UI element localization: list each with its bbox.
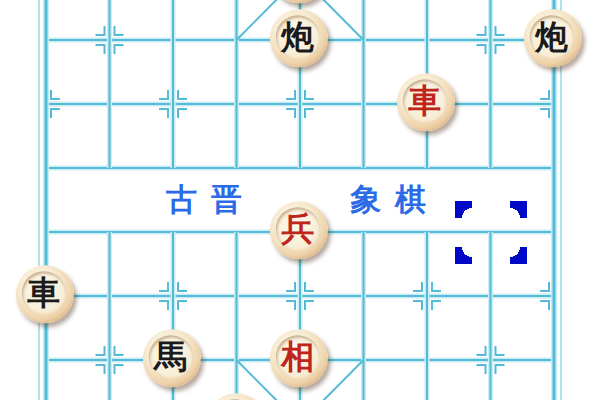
piece-face: 車 [403,79,447,122]
piece-glyph: 炮 [281,20,314,53]
xiangqi-board[interactable]: 古晋 象棋 炮炮車兵車馬相 [0,0,600,400]
piece-black-車-a6[interactable]: 車 [16,265,74,323]
piece-face: 車 [22,271,66,314]
piece-glyph: 車 [408,84,441,117]
piece-glyph: 車 [27,276,60,309]
piece-black-炮-e2[interactable]: 炮 [270,9,328,67]
piece-black-馬-c7[interactable]: 馬 [143,329,201,387]
selection-corner-br [510,247,527,264]
piece-face: 炮 [530,15,574,58]
river-text-right: 象棋 [350,179,440,221]
selection-corner-bl [455,247,472,264]
piece-red-車-g3[interactable]: 車 [397,73,455,131]
piece-glyph: 馬 [154,340,187,373]
piece-red-兵-e5[interactable]: 兵 [270,201,328,259]
piece-glyph: 相 [281,340,314,373]
piece-face: 兵 [276,207,320,250]
selection-corner-tr [510,201,527,218]
river-text-left: 古晋 [166,179,256,221]
piece-red-相-e7[interactable]: 相 [270,329,328,387]
piece-face: 炮 [276,15,320,58]
piece-glyph: 兵 [281,212,314,245]
selection-corner-tl [455,201,472,218]
piece-glyph: 炮 [535,20,568,53]
piece-black-炮-i2[interactable]: 炮 [524,9,582,67]
piece-face: 馬 [149,335,193,378]
piece-face: 相 [276,335,320,378]
